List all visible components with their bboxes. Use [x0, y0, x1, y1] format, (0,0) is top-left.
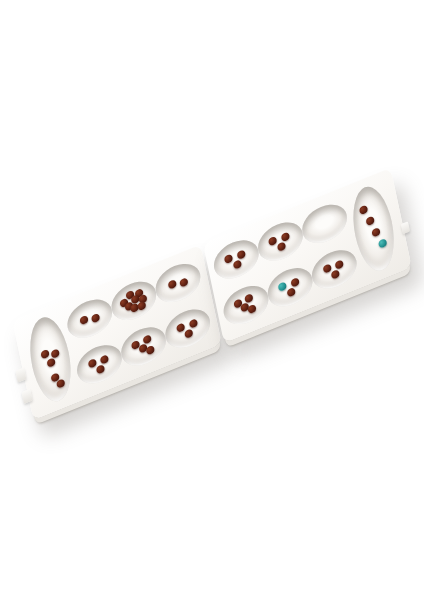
near-pit-4[interactable]: [220, 279, 271, 331]
photo-background: [0, 0, 424, 600]
board-left-half: [12, 245, 221, 421]
seed-brown: [290, 277, 299, 288]
seed-brown: [331, 269, 340, 280]
seed-brown: [142, 334, 151, 345]
near-pit-2[interactable]: [118, 321, 169, 373]
seed-brown: [91, 312, 100, 323]
seed-brown: [56, 378, 65, 389]
seed-brown: [244, 293, 253, 304]
seed-brown: [184, 328, 193, 339]
board-right-half: [203, 168, 412, 344]
near-pit-5[interactable]: [264, 261, 315, 313]
seed-brown: [322, 263, 331, 274]
seed-brown: [137, 300, 146, 311]
hinge-latch: [15, 367, 26, 382]
seed-brown: [146, 345, 155, 356]
seed-brown: [96, 364, 105, 375]
seed-brown: [286, 287, 295, 298]
seed-brown: [365, 216, 374, 227]
seed-brown: [281, 231, 290, 242]
hinge-latch: [401, 221, 410, 234]
mancala-board: [12, 168, 411, 420]
seed-teal: [278, 281, 287, 292]
near-pit-6[interactable]: [309, 244, 360, 296]
seed-teal: [378, 238, 387, 249]
seed-brown: [87, 358, 96, 369]
seed-brown: [176, 322, 185, 333]
seed-brown: [232, 260, 241, 271]
seed-brown: [372, 227, 381, 238]
seed-brown: [100, 354, 109, 365]
seed-brown: [277, 242, 286, 253]
seed-brown: [79, 315, 88, 326]
seed-brown: [168, 279, 177, 290]
seed-brown: [46, 357, 55, 368]
seed-brown: [179, 277, 188, 288]
seed-brown: [188, 318, 197, 329]
seed-brown: [41, 349, 50, 360]
hinge-latch: [21, 389, 32, 404]
seed-brown: [248, 304, 257, 315]
seed-brown: [236, 249, 245, 260]
seed-brown: [268, 236, 277, 247]
seed-brown: [224, 253, 233, 264]
seed-brown: [358, 204, 367, 215]
near-pit-3[interactable]: [162, 303, 213, 355]
near-pit-1[interactable]: [74, 338, 125, 390]
seed-brown: [335, 259, 344, 270]
